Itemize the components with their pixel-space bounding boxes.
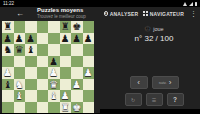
square-e4[interactable]: ♟ [48, 67, 60, 79]
app-bar: ← Puzzles moyens Trouvez le meilleur cou… [0, 7, 200, 20]
square-h7[interactable]: ♟ [83, 33, 95, 45]
square-h8[interactable] [83, 21, 95, 33]
white-pawn[interactable]: ♟ [72, 79, 81, 91]
black-pawn[interactable]: ♟ [3, 33, 12, 45]
black-pawn[interactable]: ♟ [26, 33, 35, 45]
black-pawn[interactable]: ♟ [49, 56, 58, 68]
browser-button[interactable]: NAVIGATEUR [143, 11, 184, 17]
square-g5[interactable] [71, 56, 83, 68]
square-c8[interactable] [25, 21, 37, 33]
chevron-right-icon: › [169, 78, 172, 87]
square-d7[interactable] [37, 33, 49, 45]
app-bar-actions: ▸ ANALYSER NAVIGATEUR ⋮ [104, 10, 198, 17]
square-f4[interactable] [60, 67, 72, 79]
square-e1[interactable] [48, 102, 60, 114]
signal-icon [189, 2, 193, 6]
browser-grid-icon [143, 11, 148, 16]
black-bishop[interactable]: ♝ [3, 79, 12, 91]
square-e7[interactable] [48, 33, 60, 45]
app-screen: 11:22 ← Puzzles moyens Trouvez le meille… [0, 0, 200, 113]
chess-board[interactable]: ♜♜♚♟♟♟♟♟♟♞♛♝♟♟♟♟♝♞♛♟♝♝♟♜♚ [2, 21, 94, 113]
square-a3[interactable]: ♝ [2, 79, 14, 91]
square-c7[interactable]: ♟ [25, 33, 37, 45]
help-button[interactable]: ? [167, 93, 184, 106]
turn-label: joue [153, 26, 163, 32]
square-g7[interactable]: ♟ [71, 33, 83, 45]
black-pawn[interactable]: ♟ [84, 33, 93, 45]
white-pawn[interactable]: ♟ [84, 67, 93, 79]
white-pawn[interactable]: ♟ [49, 67, 58, 79]
square-f1[interactable]: ♜ [60, 102, 72, 114]
square-b8[interactable] [14, 21, 26, 33]
status-bar: 11:22 [0, 0, 200, 7]
white-rook[interactable]: ♜ [61, 102, 70, 114]
back-arrow-icon[interactable]: ← [16, 10, 24, 18]
square-c4[interactable] [25, 67, 37, 79]
browser-label: NAVIGATEUR [150, 11, 184, 17]
square-c2[interactable] [25, 90, 37, 102]
wifi-icon [183, 2, 187, 6]
white-pawn[interactable]: ♟ [3, 67, 12, 79]
square-f2[interactable]: ♟ [60, 90, 72, 102]
square-d8[interactable] [37, 21, 49, 33]
square-h5[interactable] [83, 56, 95, 68]
square-f5[interactable] [60, 56, 72, 68]
white-king[interactable]: ♚ [72, 102, 81, 114]
square-f7[interactable]: ♟ [60, 33, 72, 45]
black-king-icon: ♚ [144, 25, 150, 33]
kebab-menu-icon[interactable]: ⋮ [190, 10, 197, 17]
square-e2[interactable]: ♝ [48, 90, 60, 102]
square-a7[interactable]: ♟ [2, 33, 14, 45]
black-king[interactable]: ♚ [72, 21, 81, 33]
black-knight[interactable]: ♞ [3, 44, 12, 56]
help-label: ? [173, 96, 177, 103]
square-c1[interactable] [25, 102, 37, 114]
square-f3[interactable] [60, 79, 72, 91]
black-pawn[interactable]: ♟ [61, 33, 70, 45]
square-a2[interactable] [2, 90, 14, 102]
square-b5[interactable] [14, 56, 26, 68]
square-a4[interactable]: ♟ [2, 67, 14, 79]
square-h6[interactable] [83, 44, 95, 56]
black-bishop[interactable]: ♝ [26, 44, 35, 56]
black-pawn[interactable]: ♟ [15, 33, 24, 45]
square-h2[interactable] [83, 90, 95, 102]
analyze-icon: ▸ [104, 11, 109, 16]
square-e5[interactable]: ♟ [48, 56, 60, 68]
square-b4[interactable] [14, 67, 26, 79]
turn-indicator: ♚ joue [112, 25, 196, 33]
status-icons [183, 2, 198, 7]
title-block: Puzzles moyens Trouvez le meilleur coup [37, 7, 86, 19]
menu-lines-icon: ☰ [152, 97, 156, 103]
moves-button[interactable]: ☰ [146, 93, 163, 106]
square-f6[interactable] [60, 44, 72, 56]
square-b1[interactable] [14, 102, 26, 114]
square-a8[interactable]: ♜ [2, 21, 14, 33]
square-d3[interactable] [37, 79, 49, 91]
square-a6[interactable]: ♞ [2, 44, 14, 56]
square-h3[interactable] [83, 79, 95, 91]
square-g6[interactable] [71, 44, 83, 56]
square-g8[interactable]: ♚ [71, 21, 83, 33]
white-queen[interactable]: ♛ [49, 79, 58, 91]
puzzle-counter: n° 32 / 100 [112, 34, 196, 43]
puzzle-actions: ↻ ☰ ? [112, 93, 196, 106]
square-d4[interactable] [37, 67, 49, 79]
analyze-label: ANALYSER [110, 11, 139, 17]
page-subtitle: Trouvez le meilleur coup [37, 14, 86, 19]
square-g3[interactable]: ♟ [71, 79, 83, 91]
square-b6[interactable]: ♛ [14, 44, 26, 56]
black-queen[interactable]: ♛ [15, 44, 24, 56]
square-g2[interactable] [71, 90, 83, 102]
black-rook[interactable]: ♜ [61, 21, 70, 33]
square-d5[interactable] [37, 56, 49, 68]
square-e3[interactable]: ♛ [48, 79, 60, 91]
square-c3[interactable] [25, 79, 37, 91]
square-g1[interactable]: ♚ [71, 102, 83, 114]
page-title: Puzzles moyens [37, 7, 86, 14]
battery-icon [195, 2, 198, 7]
square-a5[interactable] [2, 56, 14, 68]
screen-bottom-edge [100, 109, 200, 113]
black-pawn[interactable]: ♟ [72, 33, 81, 45]
previous-puzzle-button[interactable]: ‹ [130, 76, 148, 89]
black-rook[interactable]: ♜ [3, 21, 12, 33]
next-puzzle-button[interactable]: suiv. › [152, 76, 179, 89]
square-a1[interactable] [2, 102, 14, 114]
square-g4[interactable] [71, 67, 83, 79]
square-b3[interactable]: ♞ [14, 79, 26, 91]
puzzle-nav: ‹ suiv. › [112, 76, 196, 89]
square-d2[interactable] [37, 90, 49, 102]
white-knight[interactable]: ♞ [15, 79, 24, 91]
square-b2[interactable]: ♝ [14, 90, 26, 102]
clock: 11:22 [3, 1, 14, 6]
square-d6[interactable] [37, 44, 49, 56]
square-e8[interactable] [48, 21, 60, 33]
square-b7[interactable]: ♟ [14, 33, 26, 45]
square-d1[interactable] [37, 102, 49, 114]
white-bishop[interactable]: ♝ [49, 90, 58, 102]
square-h1[interactable] [83, 102, 95, 114]
retry-icon: ↻ [131, 97, 135, 103]
square-c5[interactable] [25, 56, 37, 68]
square-c6[interactable]: ♝ [25, 44, 37, 56]
puzzle-panel: ♚ joue n° 32 / 100 ‹ suiv. › ↻ ☰ ? [112, 20, 196, 113]
analyze-button[interactable]: ▸ ANALYSER [104, 11, 139, 17]
square-e6[interactable] [48, 44, 60, 56]
white-pawn[interactable]: ♟ [61, 90, 70, 102]
chevron-left-icon: ‹ [137, 78, 140, 87]
retry-button[interactable]: ↻ [125, 93, 142, 106]
square-h4[interactable]: ♟ [83, 67, 95, 79]
next-label: suiv. [159, 80, 167, 85]
square-f8[interactable]: ♜ [60, 21, 72, 33]
white-bishop[interactable]: ♝ [15, 90, 24, 102]
